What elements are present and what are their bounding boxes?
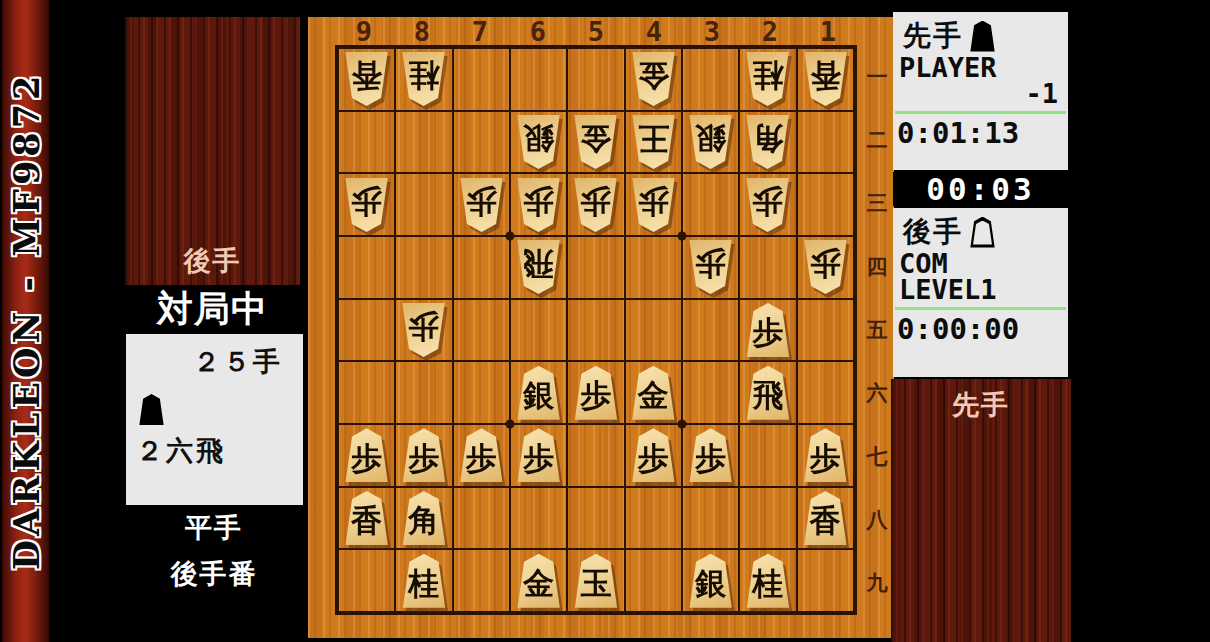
board-cell[interactable]: 金 xyxy=(510,549,567,612)
board-cell[interactable] xyxy=(625,236,682,299)
piece-金[interactable]: 金 xyxy=(630,52,677,106)
piece-桂[interactable]: 桂 xyxy=(400,554,447,608)
piece-歩[interactable]: 歩 xyxy=(802,428,849,482)
hoshi-dot xyxy=(506,420,515,429)
board-cell[interactable] xyxy=(453,111,510,174)
board-cell[interactable]: 香 xyxy=(338,48,395,111)
piece-歩[interactable]: 歩 xyxy=(572,366,619,420)
board-cell[interactable] xyxy=(797,549,854,612)
board-cell[interactable]: 歩 xyxy=(338,173,395,236)
channel-banner: DARKLEON - MF9872 xyxy=(2,0,49,642)
board-cell[interactable]: 桂 xyxy=(739,549,796,612)
piece-香[interactable]: 香 xyxy=(343,52,390,106)
turn-indicator: 後手番 xyxy=(125,556,303,592)
board-cell[interactable] xyxy=(682,487,739,550)
sente-total-clock: 0:01:13 xyxy=(893,116,1068,150)
board-cell[interactable] xyxy=(625,487,682,550)
board-cell[interactable]: 角 xyxy=(739,111,796,174)
board-cell[interactable] xyxy=(395,361,452,424)
board-cell[interactable]: 香 xyxy=(797,48,854,111)
file-label: 1 xyxy=(799,18,857,45)
piece-金[interactable]: 金 xyxy=(630,366,677,420)
board-cell[interactable] xyxy=(739,236,796,299)
right-wood-panel: 先手 xyxy=(891,379,1071,642)
board-cell[interactable]: 金 xyxy=(567,111,624,174)
board-cell[interactable] xyxy=(395,111,452,174)
file-label: 2 xyxy=(741,18,799,45)
board-cell[interactable]: 歩 xyxy=(453,424,510,487)
rank-label: 四 xyxy=(861,235,893,298)
board-cell[interactable] xyxy=(682,299,739,362)
board-cell[interactable] xyxy=(453,48,510,111)
sente-piece-icon xyxy=(138,394,165,425)
sente-label: 先手 xyxy=(903,17,963,55)
board-cell[interactable] xyxy=(739,424,796,487)
board-cell[interactable] xyxy=(625,299,682,362)
piece-歩[interactable]: 歩 xyxy=(343,428,390,482)
board-cell[interactable] xyxy=(453,361,510,424)
piece-歩[interactable]: 歩 xyxy=(687,240,734,294)
board-cell[interactable] xyxy=(739,487,796,550)
board-cell[interactable]: 歩 xyxy=(682,424,739,487)
gote-clock-box: 後手 COM LEVEL1 0:00:00 xyxy=(893,208,1068,377)
piece-王[interactable]: 王 xyxy=(630,115,677,169)
gote-player-name-2: LEVEL1 xyxy=(893,277,1068,303)
hoshi-dot xyxy=(506,232,515,241)
piece-歩[interactable]: 歩 xyxy=(400,428,447,482)
board-cell[interactable]: 歩 xyxy=(395,299,452,362)
board-cell[interactable]: 歩 xyxy=(739,299,796,362)
board-cell[interactable] xyxy=(682,361,739,424)
hoshi-dot xyxy=(678,420,687,429)
board-cell[interactable]: 桂 xyxy=(395,549,452,612)
board-cell[interactable] xyxy=(510,48,567,111)
last-move-text: ２六飛 xyxy=(126,425,303,469)
piece-角[interactable]: 角 xyxy=(744,115,791,169)
piece-金[interactable]: 金 xyxy=(515,554,562,608)
left-wood-panel: 後手 xyxy=(125,17,300,285)
board-cell[interactable] xyxy=(453,487,510,550)
divider-line xyxy=(895,111,1066,114)
piece-飛[interactable]: 飛 xyxy=(744,366,791,420)
game-status-text: 対局中 xyxy=(120,286,305,332)
board-cell[interactable] xyxy=(567,236,624,299)
piece-桂[interactable]: 桂 xyxy=(744,554,791,608)
file-label: 9 xyxy=(335,18,393,45)
board-cell[interactable] xyxy=(395,236,452,299)
file-label: 6 xyxy=(509,18,567,45)
board-cell[interactable] xyxy=(510,299,567,362)
piece-歩[interactable]: 歩 xyxy=(515,178,562,232)
rank-label: 三 xyxy=(861,172,893,235)
board-cell[interactable] xyxy=(453,549,510,612)
piece-歩[interactable]: 歩 xyxy=(458,178,505,232)
move-counter: ２５手 xyxy=(126,334,303,380)
piece-銀[interactable]: 銀 xyxy=(515,115,562,169)
move-timer: 00:03 xyxy=(893,172,1068,206)
board-cell[interactable] xyxy=(395,173,452,236)
board-cell[interactable] xyxy=(797,173,854,236)
hoshi-dot xyxy=(678,232,687,241)
game-screen: DARKLEON - MF9872 後手 対局中 ２５手 ２六飛 平手 後手番 … xyxy=(0,0,1210,642)
channel-banner-text: DARKLEON - MF9872 xyxy=(5,72,46,571)
piece-歩[interactable]: 歩 xyxy=(630,178,677,232)
rank-label: 一 xyxy=(861,45,893,108)
board-cell[interactable] xyxy=(797,111,854,174)
board-cell[interactable] xyxy=(338,361,395,424)
board-cell[interactable] xyxy=(453,299,510,362)
gote-piece-icon xyxy=(969,217,996,248)
board-cell[interactable]: 歩 xyxy=(625,173,682,236)
board-cell[interactable]: 桂 xyxy=(395,48,452,111)
handicap-label: 平手 xyxy=(125,510,303,546)
sente-piece-icon xyxy=(969,21,996,52)
board-cell[interactable]: 金 xyxy=(625,361,682,424)
board-cell[interactable] xyxy=(682,173,739,236)
rank-label: 五 xyxy=(861,298,893,361)
rank-label: 二 xyxy=(861,108,893,171)
board-cell[interactable]: 歩 xyxy=(797,236,854,299)
rank-label: 八 xyxy=(861,488,893,551)
file-label: 3 xyxy=(683,18,741,45)
rank-label: 九 xyxy=(861,552,893,615)
board-cell[interactable]: 金 xyxy=(625,48,682,111)
file-labels: 987654321 xyxy=(335,18,857,45)
piece-歩[interactable]: 歩 xyxy=(515,428,562,482)
rank-labels: 一二三四五六七八九 xyxy=(861,45,893,615)
board-cell[interactable]: 銀 xyxy=(682,111,739,174)
board-cell[interactable] xyxy=(510,487,567,550)
piece-香[interactable]: 香 xyxy=(802,491,849,545)
piece-桂[interactable]: 桂 xyxy=(400,52,447,106)
piece-銀[interactable]: 銀 xyxy=(687,554,734,608)
piece-歩[interactable]: 歩 xyxy=(630,428,677,482)
board-cell[interactable]: 歩 xyxy=(625,424,682,487)
piece-歩[interactable]: 歩 xyxy=(458,428,505,482)
board-cell[interactable] xyxy=(625,549,682,612)
piece-歩[interactable]: 歩 xyxy=(400,303,447,357)
board-cell[interactable] xyxy=(453,236,510,299)
board-cell[interactable] xyxy=(797,361,854,424)
board-cell[interactable]: 歩 xyxy=(567,173,624,236)
piece-金[interactable]: 金 xyxy=(572,115,619,169)
board-cell[interactable]: 歩 xyxy=(567,361,624,424)
board-cell[interactable] xyxy=(797,299,854,362)
board-cell[interactable]: 歩 xyxy=(797,424,854,487)
gote-side-label: 後手 xyxy=(125,243,300,279)
board-cell[interactable]: 歩 xyxy=(395,424,452,487)
board-cell[interactable]: 飛 xyxy=(739,361,796,424)
board-cell[interactable] xyxy=(682,48,739,111)
sente-side-label: 先手 xyxy=(891,387,1071,423)
piece-香[interactable]: 香 xyxy=(343,491,390,545)
rank-label: 七 xyxy=(861,425,893,488)
piece-銀[interactable]: 銀 xyxy=(687,115,734,169)
gote-label: 後手 xyxy=(903,213,963,251)
board-cell[interactable] xyxy=(567,487,624,550)
gote-title: 後手 xyxy=(893,208,1068,251)
board-cell[interactable]: 角 xyxy=(395,487,452,550)
board-cell[interactable] xyxy=(338,111,395,174)
sente-clock-box: 先手 PLAYER -1 0:01:13 xyxy=(893,12,1068,170)
piece-歩[interactable]: 歩 xyxy=(343,178,390,232)
board-cell[interactable] xyxy=(567,48,624,111)
file-label: 8 xyxy=(393,18,451,45)
piece-歩[interactable]: 歩 xyxy=(802,240,849,294)
board-cell[interactable]: 玉 xyxy=(567,549,624,612)
piece-歩[interactable]: 歩 xyxy=(744,178,791,232)
piece-香[interactable]: 香 xyxy=(802,52,849,106)
board-cell[interactable] xyxy=(338,299,395,362)
board-cell[interactable]: 桂 xyxy=(739,48,796,111)
board-cell[interactable]: 歩 xyxy=(682,236,739,299)
board-cell[interactable]: 銀 xyxy=(510,111,567,174)
board-cell[interactable]: 香 xyxy=(797,487,854,550)
file-label: 4 xyxy=(625,18,683,45)
piece-歩[interactable]: 歩 xyxy=(572,178,619,232)
piece-桂[interactable]: 桂 xyxy=(744,52,791,106)
board-cell[interactable]: 銀 xyxy=(510,361,567,424)
board-cell[interactable]: 歩 xyxy=(739,173,796,236)
board-cell[interactable]: 歩 xyxy=(510,173,567,236)
board-cell[interactable]: 歩 xyxy=(453,173,510,236)
board-cell[interactable] xyxy=(338,549,395,612)
file-label: 5 xyxy=(567,18,625,45)
move-info-box: ２５手 ２六飛 xyxy=(126,334,303,505)
board-cell[interactable]: 王 xyxy=(625,111,682,174)
piece-飛[interactable]: 飛 xyxy=(515,240,562,294)
board-cell[interactable]: 香 xyxy=(338,487,395,550)
piece-歩[interactable]: 歩 xyxy=(687,428,734,482)
sente-player-name-2: -1 xyxy=(893,81,1068,107)
file-label: 7 xyxy=(451,18,509,45)
rank-label: 六 xyxy=(861,362,893,425)
board-cell[interactable] xyxy=(567,299,624,362)
board-cell[interactable]: 銀 xyxy=(682,549,739,612)
piece-歩[interactable]: 歩 xyxy=(744,303,791,357)
board-cell[interactable]: 飛 xyxy=(510,236,567,299)
divider-line xyxy=(895,307,1066,310)
board-cell[interactable]: 歩 xyxy=(510,424,567,487)
board-cell[interactable]: 歩 xyxy=(338,424,395,487)
board-cell[interactable] xyxy=(567,424,624,487)
shogi-board: 987654321 香桂金桂香銀金王銀角歩歩歩歩歩歩飛歩歩歩歩銀歩金飛歩歩歩歩歩… xyxy=(308,17,894,638)
piece-玉[interactable]: 玉 xyxy=(572,554,619,608)
board-cell[interactable] xyxy=(338,236,395,299)
piece-角[interactable]: 角 xyxy=(400,491,447,545)
gote-total-clock: 0:00:00 xyxy=(893,312,1068,346)
sente-title: 先手 xyxy=(893,12,1068,55)
piece-銀[interactable]: 銀 xyxy=(515,366,562,420)
board-grid: 香桂金桂香銀金王銀角歩歩歩歩歩歩飛歩歩歩歩銀歩金飛歩歩歩歩歩歩歩香角香桂金玉銀桂 xyxy=(335,45,857,615)
